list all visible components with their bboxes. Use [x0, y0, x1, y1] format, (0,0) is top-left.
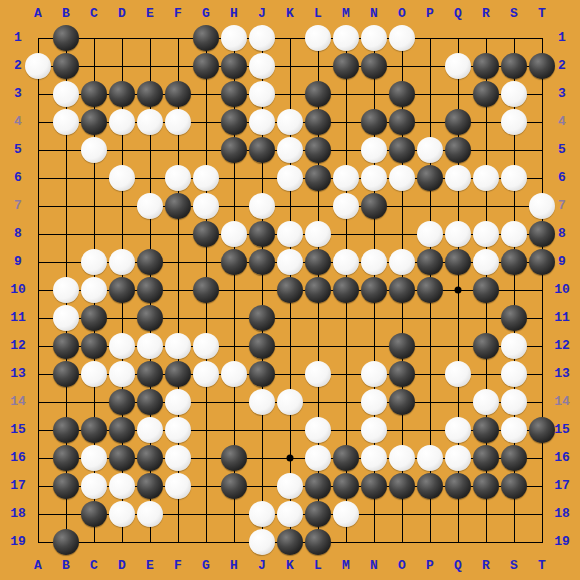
board-cell-C17[interactable] [80, 472, 108, 500]
board-cell-Q3[interactable] [444, 80, 472, 108]
board-cell-O9[interactable] [388, 248, 416, 276]
board-cell-O1[interactable] [388, 24, 416, 52]
board-cell-F2[interactable] [164, 52, 192, 80]
board-cell-Q16[interactable] [444, 444, 472, 472]
board-cell-L9[interactable] [304, 248, 332, 276]
board-cell-P15[interactable] [416, 416, 444, 444]
board-cell-K3[interactable] [276, 80, 304, 108]
board-cell-N9[interactable] [360, 248, 388, 276]
board-cell-E16[interactable] [136, 444, 164, 472]
board-cell-R15[interactable] [472, 416, 500, 444]
board-cell-H16[interactable] [220, 444, 248, 472]
board-cell-O14[interactable] [388, 388, 416, 416]
board-cell-M13[interactable] [332, 360, 360, 388]
board-cell-E5[interactable] [136, 136, 164, 164]
board-cell-M18[interactable] [332, 500, 360, 528]
board-cell-J3[interactable] [248, 80, 276, 108]
board-cell-D18[interactable] [108, 500, 136, 528]
board-cell-P9[interactable] [416, 248, 444, 276]
board-cell-J16[interactable] [248, 444, 276, 472]
board-cell-P3[interactable] [416, 80, 444, 108]
board-cell-R9[interactable] [472, 248, 500, 276]
board-cell-B19[interactable] [52, 528, 80, 556]
board-cell-E9[interactable] [136, 248, 164, 276]
board-cell-E14[interactable] [136, 388, 164, 416]
board-cell-S15[interactable] [500, 416, 528, 444]
board-cell-J9[interactable] [248, 248, 276, 276]
board-cell-G3[interactable] [192, 80, 220, 108]
board-cell-F10[interactable] [164, 276, 192, 304]
board-cell-S3[interactable] [500, 80, 528, 108]
board-cell-H12[interactable] [220, 332, 248, 360]
board-cell-K15[interactable] [276, 416, 304, 444]
board-cell-N14[interactable] [360, 388, 388, 416]
board-cell-F8[interactable] [164, 220, 192, 248]
board-cell-D3[interactable] [108, 80, 136, 108]
board-cell-F13[interactable] [164, 360, 192, 388]
board-cell-M9[interactable] [332, 248, 360, 276]
board-cell-R11[interactable] [472, 304, 500, 332]
board-cell-S4[interactable] [500, 108, 528, 136]
board-cell-Q10[interactable] [444, 276, 472, 304]
board-cell-G11[interactable] [192, 304, 220, 332]
board-cell-S6[interactable] [500, 164, 528, 192]
board-cell-G16[interactable] [192, 444, 220, 472]
board-cell-O7[interactable] [388, 192, 416, 220]
board-cell-B7[interactable] [52, 192, 80, 220]
board-cell-H7[interactable] [220, 192, 248, 220]
board-cell-Q1[interactable] [444, 24, 472, 52]
board-cell-Q19[interactable] [444, 528, 472, 556]
board-cell-N11[interactable] [360, 304, 388, 332]
board-cell-N4[interactable] [360, 108, 388, 136]
board-cell-S7[interactable] [500, 192, 528, 220]
board-cell-C6[interactable] [80, 164, 108, 192]
board-cell-E11[interactable] [136, 304, 164, 332]
board-cell-P8[interactable] [416, 220, 444, 248]
board-cell-H2[interactable] [220, 52, 248, 80]
board-cell-O6[interactable] [388, 164, 416, 192]
board-cell-C13[interactable] [80, 360, 108, 388]
board-cell-J18[interactable] [248, 500, 276, 528]
board-cell-B9[interactable] [52, 248, 80, 276]
board-cell-C9[interactable] [80, 248, 108, 276]
board-cell-E10[interactable] [136, 276, 164, 304]
board-cell-B6[interactable] [52, 164, 80, 192]
board-cell-L16[interactable] [304, 444, 332, 472]
board-cell-L5[interactable] [304, 136, 332, 164]
board-cell-K17[interactable] [276, 472, 304, 500]
board-cell-K16[interactable] [276, 444, 304, 472]
board-cell-Q7[interactable] [444, 192, 472, 220]
board-cell-M19[interactable] [332, 528, 360, 556]
board-cell-O16[interactable] [388, 444, 416, 472]
board-cell-F16[interactable] [164, 444, 192, 472]
board-cell-M6[interactable] [332, 164, 360, 192]
board-cell-H4[interactable] [220, 108, 248, 136]
board-cell-K14[interactable] [276, 388, 304, 416]
board-cell-L6[interactable] [304, 164, 332, 192]
board-cell-N17[interactable] [360, 472, 388, 500]
board-cell-J6[interactable] [248, 164, 276, 192]
board-cell-S9[interactable] [500, 248, 528, 276]
board-cell-C11[interactable] [80, 304, 108, 332]
board-cell-Q6[interactable] [444, 164, 472, 192]
board-cell-P10[interactable] [416, 276, 444, 304]
board-cell-E13[interactable] [136, 360, 164, 388]
board-cell-K6[interactable] [276, 164, 304, 192]
board-cell-D8[interactable] [108, 220, 136, 248]
board-cell-J4[interactable] [248, 108, 276, 136]
board-cell-S1[interactable] [500, 24, 528, 52]
board-cell-F1[interactable] [164, 24, 192, 52]
board-cell-M2[interactable] [332, 52, 360, 80]
board-cell-E4[interactable] [136, 108, 164, 136]
board-cell-K2[interactable] [276, 52, 304, 80]
board-cell-B1[interactable] [52, 24, 80, 52]
board-cell-F14[interactable] [164, 388, 192, 416]
board-cell-R3[interactable] [472, 80, 500, 108]
board-cell-P4[interactable] [416, 108, 444, 136]
board-cell-L3[interactable] [304, 80, 332, 108]
board-cell-M15[interactable] [332, 416, 360, 444]
board-cell-C1[interactable] [80, 24, 108, 52]
board-cell-M3[interactable] [332, 80, 360, 108]
board-cell-G4[interactable] [192, 108, 220, 136]
board-cell-G12[interactable] [192, 332, 220, 360]
board-cell-S18[interactable] [500, 500, 528, 528]
board-cell-H6[interactable] [220, 164, 248, 192]
board-cell-J13[interactable] [248, 360, 276, 388]
board-cell-O11[interactable] [388, 304, 416, 332]
board-cell-O17[interactable] [388, 472, 416, 500]
board-cell-O19[interactable] [388, 528, 416, 556]
board-cell-P7[interactable] [416, 192, 444, 220]
board-cell-P19[interactable] [416, 528, 444, 556]
board-cell-G2[interactable] [192, 52, 220, 80]
board-cell-M10[interactable] [332, 276, 360, 304]
board-cell-G13[interactable] [192, 360, 220, 388]
board-cell-L15[interactable] [304, 416, 332, 444]
board-cell-D19[interactable] [108, 528, 136, 556]
board-cell-Q12[interactable] [444, 332, 472, 360]
board-cell-G18[interactable] [192, 500, 220, 528]
board-cell-K8[interactable] [276, 220, 304, 248]
board-cell-N16[interactable] [360, 444, 388, 472]
board-cell-N10[interactable] [360, 276, 388, 304]
board-cell-K19[interactable] [276, 528, 304, 556]
board-cell-L12[interactable] [304, 332, 332, 360]
board-cell-J19[interactable] [248, 528, 276, 556]
board-cell-B13[interactable] [52, 360, 80, 388]
board-cell-B17[interactable] [52, 472, 80, 500]
board-cell-C14[interactable] [80, 388, 108, 416]
board-cell-K13[interactable] [276, 360, 304, 388]
board-cell-C18[interactable] [80, 500, 108, 528]
board-cell-D7[interactable] [108, 192, 136, 220]
board-cell-R18[interactable] [472, 500, 500, 528]
board-cell-O2[interactable] [388, 52, 416, 80]
board-cell-M7[interactable] [332, 192, 360, 220]
board-cell-D11[interactable] [108, 304, 136, 332]
board-cell-H15[interactable] [220, 416, 248, 444]
board-cell-M16[interactable] [332, 444, 360, 472]
board-cell-H11[interactable] [220, 304, 248, 332]
board-cell-C3[interactable] [80, 80, 108, 108]
board-cell-L13[interactable] [304, 360, 332, 388]
board-cell-G15[interactable] [192, 416, 220, 444]
board-cell-E19[interactable] [136, 528, 164, 556]
board-cell-O12[interactable] [388, 332, 416, 360]
board-cell-Q4[interactable] [444, 108, 472, 136]
board-cell-E12[interactable] [136, 332, 164, 360]
board-cell-D17[interactable] [108, 472, 136, 500]
board-cell-L14[interactable] [304, 388, 332, 416]
board-cell-H10[interactable] [220, 276, 248, 304]
board-cell-H17[interactable] [220, 472, 248, 500]
board-cell-K10[interactable] [276, 276, 304, 304]
board-cell-H14[interactable] [220, 388, 248, 416]
board-cell-P6[interactable] [416, 164, 444, 192]
board-cell-L2[interactable] [304, 52, 332, 80]
board-cell-R7[interactable] [472, 192, 500, 220]
board-cell-D14[interactable] [108, 388, 136, 416]
board-cell-S10[interactable] [500, 276, 528, 304]
board-cell-H18[interactable] [220, 500, 248, 528]
board-cell-H8[interactable] [220, 220, 248, 248]
board-cell-D2[interactable] [108, 52, 136, 80]
board-cell-D13[interactable] [108, 360, 136, 388]
board-cell-C8[interactable] [80, 220, 108, 248]
board-cell-M1[interactable] [332, 24, 360, 52]
board-cell-Q5[interactable] [444, 136, 472, 164]
board-cell-J8[interactable] [248, 220, 276, 248]
board-cell-J14[interactable] [248, 388, 276, 416]
board-cell-N13[interactable] [360, 360, 388, 388]
board-cell-N12[interactable] [360, 332, 388, 360]
board-cell-N18[interactable] [360, 500, 388, 528]
board-cell-O13[interactable] [388, 360, 416, 388]
board-cell-K18[interactable] [276, 500, 304, 528]
board-cell-K4[interactable] [276, 108, 304, 136]
board-cell-B8[interactable] [52, 220, 80, 248]
board-cell-C15[interactable] [80, 416, 108, 444]
board-cell-K5[interactable] [276, 136, 304, 164]
board-cell-F3[interactable] [164, 80, 192, 108]
board-cell-M5[interactable] [332, 136, 360, 164]
board-cell-J17[interactable] [248, 472, 276, 500]
board-cell-C16[interactable] [80, 444, 108, 472]
board-cell-S8[interactable] [500, 220, 528, 248]
board-cell-G6[interactable] [192, 164, 220, 192]
board-cell-Q11[interactable] [444, 304, 472, 332]
board-cell-B10[interactable] [52, 276, 80, 304]
board-cell-H9[interactable] [220, 248, 248, 276]
board-cell-S5[interactable] [500, 136, 528, 164]
board-cell-R1[interactable] [472, 24, 500, 52]
board-cell-J1[interactable] [248, 24, 276, 52]
board-cell-E3[interactable] [136, 80, 164, 108]
board-cell-R19[interactable] [472, 528, 500, 556]
board-cell-M17[interactable] [332, 472, 360, 500]
board-cell-F4[interactable] [164, 108, 192, 136]
board-cell-E6[interactable] [136, 164, 164, 192]
board-cell-S12[interactable] [500, 332, 528, 360]
board-cell-D5[interactable] [108, 136, 136, 164]
board-cell-K11[interactable] [276, 304, 304, 332]
board-cell-M4[interactable] [332, 108, 360, 136]
board-cell-Q15[interactable] [444, 416, 472, 444]
board-cell-P16[interactable] [416, 444, 444, 472]
board-cell-P2[interactable] [416, 52, 444, 80]
board-cell-G5[interactable] [192, 136, 220, 164]
board-cell-C2[interactable] [80, 52, 108, 80]
board-cell-R14[interactable] [472, 388, 500, 416]
board-cell-F12[interactable] [164, 332, 192, 360]
board-cell-P5[interactable] [416, 136, 444, 164]
board-cell-O5[interactable] [388, 136, 416, 164]
board-cell-D16[interactable] [108, 444, 136, 472]
board-cell-N8[interactable] [360, 220, 388, 248]
board-cell-C7[interactable] [80, 192, 108, 220]
board-cell-M11[interactable] [332, 304, 360, 332]
board-cell-R6[interactable] [472, 164, 500, 192]
board-cell-R12[interactable] [472, 332, 500, 360]
board-cell-B15[interactable] [52, 416, 80, 444]
board-cell-B16[interactable] [52, 444, 80, 472]
board-cell-M12[interactable] [332, 332, 360, 360]
board-cell-B2[interactable] [52, 52, 80, 80]
board-cell-Q14[interactable] [444, 388, 472, 416]
board-cell-S2[interactable] [500, 52, 528, 80]
board-cell-S11[interactable] [500, 304, 528, 332]
board-cell-F15[interactable] [164, 416, 192, 444]
board-cell-K1[interactable] [276, 24, 304, 52]
board-cell-L8[interactable] [304, 220, 332, 248]
board-cell-R17[interactable] [472, 472, 500, 500]
board-cell-J12[interactable] [248, 332, 276, 360]
board-cell-E8[interactable] [136, 220, 164, 248]
board-cell-G14[interactable] [192, 388, 220, 416]
board-cell-J15[interactable] [248, 416, 276, 444]
board-cell-N5[interactable] [360, 136, 388, 164]
board-cell-P11[interactable] [416, 304, 444, 332]
board-cell-L4[interactable] [304, 108, 332, 136]
board-cell-F17[interactable] [164, 472, 192, 500]
board-cell-G9[interactable] [192, 248, 220, 276]
board-cell-C19[interactable] [80, 528, 108, 556]
board-cell-H3[interactable] [220, 80, 248, 108]
board-cell-P17[interactable] [416, 472, 444, 500]
board-cell-B4[interactable] [52, 108, 80, 136]
board-cell-F5[interactable] [164, 136, 192, 164]
board-cell-E2[interactable] [136, 52, 164, 80]
board-cell-R10[interactable] [472, 276, 500, 304]
board-cell-F11[interactable] [164, 304, 192, 332]
board-cell-H19[interactable] [220, 528, 248, 556]
board-cell-L7[interactable] [304, 192, 332, 220]
board-cell-G17[interactable] [192, 472, 220, 500]
board-cell-S14[interactable] [500, 388, 528, 416]
board-cell-B12[interactable] [52, 332, 80, 360]
board-cell-L11[interactable] [304, 304, 332, 332]
board-cell-Q13[interactable] [444, 360, 472, 388]
board-cell-J2[interactable] [248, 52, 276, 80]
board-cell-R8[interactable] [472, 220, 500, 248]
board-cell-L17[interactable] [304, 472, 332, 500]
board-cell-P18[interactable] [416, 500, 444, 528]
board-cell-D1[interactable] [108, 24, 136, 52]
board-cell-J5[interactable] [248, 136, 276, 164]
board-cell-O4[interactable] [388, 108, 416, 136]
board-cell-F7[interactable] [164, 192, 192, 220]
board-cell-O3[interactable] [388, 80, 416, 108]
board-cell-E15[interactable] [136, 416, 164, 444]
board-cell-J7[interactable] [248, 192, 276, 220]
board-cell-F18[interactable] [164, 500, 192, 528]
board-cell-C10[interactable] [80, 276, 108, 304]
board-cell-D12[interactable] [108, 332, 136, 360]
board-cell-O8[interactable] [388, 220, 416, 248]
board-cell-D6[interactable] [108, 164, 136, 192]
board-cell-G1[interactable] [192, 24, 220, 52]
board-cell-P14[interactable] [416, 388, 444, 416]
board-cell-H5[interactable] [220, 136, 248, 164]
board-cell-B3[interactable] [52, 80, 80, 108]
board-cell-E18[interactable] [136, 500, 164, 528]
board-cell-J10[interactable] [248, 276, 276, 304]
board-cell-C4[interactable] [80, 108, 108, 136]
board-cell-E7[interactable] [136, 192, 164, 220]
board-cell-N15[interactable] [360, 416, 388, 444]
board-cell-N2[interactable] [360, 52, 388, 80]
board-cell-B11[interactable] [52, 304, 80, 332]
board-cell-E17[interactable] [136, 472, 164, 500]
board-cell-Q17[interactable] [444, 472, 472, 500]
board-cell-B18[interactable] [52, 500, 80, 528]
board-cell-R2[interactable] [472, 52, 500, 80]
board-cell-K12[interactable] [276, 332, 304, 360]
board-cell-Q9[interactable] [444, 248, 472, 276]
board-cell-N3[interactable] [360, 80, 388, 108]
board-cell-O18[interactable] [388, 500, 416, 528]
board-cell-S19[interactable] [500, 528, 528, 556]
board-cell-R4[interactable] [472, 108, 500, 136]
board-cell-L18[interactable] [304, 500, 332, 528]
board-cell-P12[interactable] [416, 332, 444, 360]
board-cell-S16[interactable] [500, 444, 528, 472]
board-cell-F9[interactable] [164, 248, 192, 276]
board-cell-B5[interactable] [52, 136, 80, 164]
board-cell-R13[interactable] [472, 360, 500, 388]
board-cell-G7[interactable] [192, 192, 220, 220]
board-cell-K9[interactable] [276, 248, 304, 276]
board-cell-L19[interactable] [304, 528, 332, 556]
board-cell-Q8[interactable] [444, 220, 472, 248]
board-cell-J11[interactable] [248, 304, 276, 332]
board-cell-D15[interactable] [108, 416, 136, 444]
board-cell-N1[interactable] [360, 24, 388, 52]
board-cell-K7[interactable] [276, 192, 304, 220]
board-cell-H13[interactable] [220, 360, 248, 388]
board-cell-M14[interactable] [332, 388, 360, 416]
board-cell-P13[interactable] [416, 360, 444, 388]
board-cell-O10[interactable] [388, 276, 416, 304]
board-cell-G10[interactable] [192, 276, 220, 304]
board-cell-L10[interactable] [304, 276, 332, 304]
board-cell-N7[interactable] [360, 192, 388, 220]
board-cell-Q18[interactable] [444, 500, 472, 528]
